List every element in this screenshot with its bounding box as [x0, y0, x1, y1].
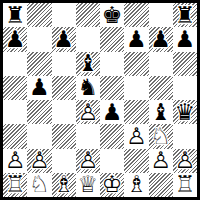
square-g8[interactable] — [149, 3, 173, 27]
square-c7[interactable]: ♟ — [52, 27, 76, 51]
black-queen: ♛ — [175, 101, 196, 124]
square-b5[interactable]: ♟ — [27, 76, 51, 100]
black-rook: ♜ — [5, 4, 26, 27]
square-a8[interactable]: ♜ — [3, 3, 27, 27]
square-f8[interactable] — [124, 3, 148, 27]
black-pawn: ♟ — [102, 101, 123, 124]
black-pawn: ♟ — [150, 28, 171, 51]
board-grid: ♜♚♜♟♟♟♟♟♝♟♞♙♟♝♛♙♘♙♙♙♙♙♖♘♗♕♔♗♖ — [3, 3, 197, 197]
black-pawn: ♟ — [53, 28, 74, 51]
square-c6[interactable] — [52, 52, 76, 76]
square-h7[interactable]: ♟ — [173, 27, 197, 51]
square-d6[interactable]: ♝ — [76, 52, 100, 76]
chess-board: ♜♚♜♟♟♟♟♟♝♟♞♙♟♝♛♙♘♙♙♙♙♙♖♘♗♕♔♗♖ — [0, 0, 200, 200]
square-h4[interactable]: ♛ — [173, 100, 197, 124]
square-e4[interactable]: ♟ — [100, 100, 124, 124]
square-g5[interactable] — [149, 76, 173, 100]
square-b1[interactable]: ♘ — [27, 173, 51, 197]
square-e1[interactable]: ♔ — [100, 173, 124, 197]
square-h6[interactable] — [173, 52, 197, 76]
square-b2[interactable]: ♙ — [27, 149, 51, 173]
black-rook: ♜ — [175, 4, 196, 27]
square-c3[interactable] — [52, 124, 76, 148]
square-c2[interactable] — [52, 149, 76, 173]
square-f7[interactable]: ♟ — [124, 27, 148, 51]
square-b3[interactable] — [27, 124, 51, 148]
black-knight: ♞ — [78, 76, 99, 99]
square-f1[interactable]: ♗ — [124, 173, 148, 197]
white-knight: ♘ — [29, 173, 50, 196]
white-pawn: ♙ — [175, 149, 196, 172]
white-pawn: ♙ — [150, 149, 171, 172]
square-f6[interactable] — [124, 52, 148, 76]
square-a3[interactable] — [3, 124, 27, 148]
square-d7[interactable] — [76, 27, 100, 51]
square-c4[interactable] — [52, 100, 76, 124]
square-a7[interactable]: ♟ — [3, 27, 27, 51]
square-a5[interactable] — [3, 76, 27, 100]
square-b8[interactable] — [27, 3, 51, 27]
white-queen: ♕ — [78, 173, 99, 196]
square-a4[interactable] — [3, 100, 27, 124]
square-b7[interactable] — [27, 27, 51, 51]
square-a6[interactable] — [3, 52, 27, 76]
square-d8[interactable] — [76, 3, 100, 27]
square-g3[interactable]: ♘ — [149, 124, 173, 148]
white-pawn: ♙ — [126, 125, 147, 148]
square-g7[interactable]: ♟ — [149, 27, 173, 51]
black-bishop: ♝ — [78, 52, 99, 75]
square-h8[interactable]: ♜ — [173, 3, 197, 27]
square-d2[interactable]: ♙ — [76, 149, 100, 173]
square-e8[interactable]: ♚ — [100, 3, 124, 27]
white-king: ♔ — [102, 173, 123, 196]
square-h1[interactable]: ♖ — [173, 173, 197, 197]
square-c5[interactable] — [52, 76, 76, 100]
square-g1[interactable] — [149, 173, 173, 197]
black-king: ♚ — [102, 4, 123, 27]
square-e2[interactable] — [100, 149, 124, 173]
black-pawn: ♟ — [5, 28, 26, 51]
white-pawn: ♙ — [29, 149, 50, 172]
square-c1[interactable]: ♗ — [52, 173, 76, 197]
square-f2[interactable] — [124, 149, 148, 173]
square-d4[interactable]: ♙ — [76, 100, 100, 124]
square-d3[interactable] — [76, 124, 100, 148]
square-a2[interactable]: ♙ — [3, 149, 27, 173]
square-c8[interactable] — [52, 3, 76, 27]
square-e7[interactable] — [100, 27, 124, 51]
square-d5[interactable]: ♞ — [76, 76, 100, 100]
white-knight: ♘ — [150, 125, 171, 148]
square-g4[interactable]: ♝ — [149, 100, 173, 124]
square-e5[interactable] — [100, 76, 124, 100]
square-e6[interactable] — [100, 52, 124, 76]
white-pawn: ♙ — [5, 149, 26, 172]
black-pawn: ♟ — [175, 28, 196, 51]
square-d1[interactable]: ♕ — [76, 173, 100, 197]
square-h2[interactable]: ♙ — [173, 149, 197, 173]
white-rook: ♖ — [5, 173, 26, 196]
white-pawn: ♙ — [78, 101, 99, 124]
black-bishop: ♝ — [150, 101, 171, 124]
square-g2[interactable]: ♙ — [149, 149, 173, 173]
black-pawn: ♟ — [126, 28, 147, 51]
black-pawn: ♟ — [29, 76, 50, 99]
square-f4[interactable] — [124, 100, 148, 124]
square-b6[interactable] — [27, 52, 51, 76]
square-f3[interactable]: ♙ — [124, 124, 148, 148]
white-bishop: ♗ — [126, 173, 147, 196]
square-a1[interactable]: ♖ — [3, 173, 27, 197]
square-h5[interactable] — [173, 76, 197, 100]
square-e3[interactable] — [100, 124, 124, 148]
square-g6[interactable] — [149, 52, 173, 76]
square-b4[interactable] — [27, 100, 51, 124]
white-pawn: ♙ — [78, 149, 99, 172]
square-h3[interactable] — [173, 124, 197, 148]
square-f5[interactable] — [124, 76, 148, 100]
white-bishop: ♗ — [53, 173, 74, 196]
white-rook: ♖ — [175, 173, 196, 196]
